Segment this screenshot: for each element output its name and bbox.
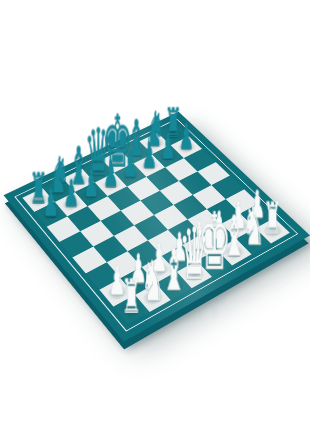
chess-board: ♜♜♞♞♝♝♛♛♚♚♝♝♞♞♜♜♟♟♟♟♟♟♟♟♟♟♟♟♟♟♟♟♟♟♟♟♟♟♟♟… (4, 112, 310, 342)
board-grid: ♜♜♞♞♝♝♛♛♚♚♝♝♞♞♜♜♟♟♟♟♟♟♟♟♟♟♟♟♟♟♟♟♟♟♟♟♟♟♟♟… (22, 124, 289, 324)
board-surface: ♜♜♞♞♝♝♛♛♚♚♝♝♞♞♜♜♟♟♟♟♟♟♟♟♟♟♟♟♟♟♟♟♟♟♟♟♟♟♟♟… (4, 112, 310, 342)
product-photo: ♜♜♞♞♝♝♛♛♚♚♝♝♞♞♜♜♟♟♟♟♟♟♟♟♟♟♟♟♟♟♟♟♟♟♟♟♟♟♟♟… (0, 0, 310, 430)
photo-scene: ♜♜♞♞♝♝♛♛♚♚♝♝♞♞♜♜♟♟♟♟♟♟♟♟♟♟♟♟♟♟♟♟♟♟♟♟♟♟♟♟… (0, 0, 310, 430)
